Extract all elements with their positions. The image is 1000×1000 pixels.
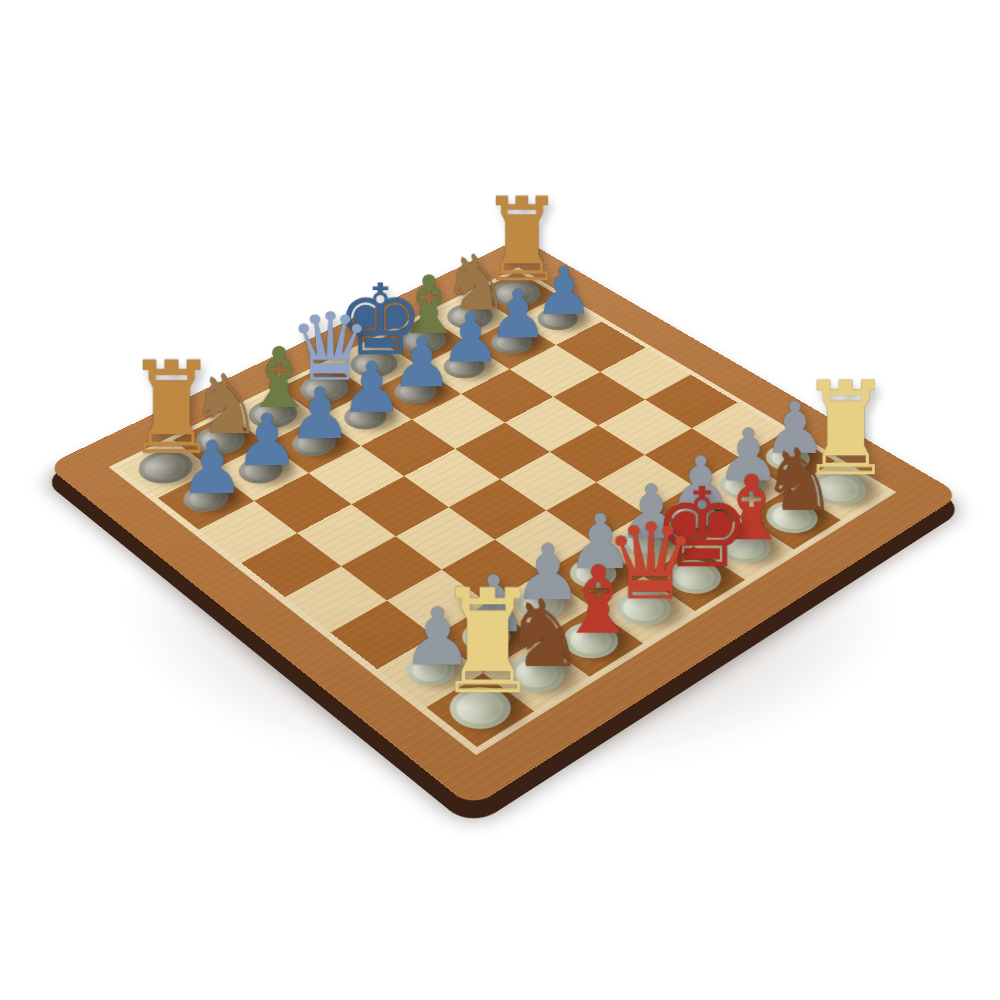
square-a1[interactable]: ♜ (426, 673, 534, 747)
scene: ♜♞♝♛♚♝♞♜♟♟♟♟♟♟♟♟♟♟♟♟♟♟♟♟♜♞♝♛♚♝♞♜ (0, 0, 1000, 1000)
chess-board: ♜♞♝♛♚♝♞♜♟♟♟♟♟♟♟♟♟♟♟♟♟♟♟♟♜♞♝♛♚♝♞♜ (46, 238, 961, 808)
black-pawn-a7[interactable]: ♟ (121, 431, 303, 504)
board-grid: ♜♞♝♛♚♝♞♜♟♟♟♟♟♟♟♟♟♟♟♟♟♟♟♟♜♞♝♛♚♝♞♜ (118, 271, 887, 746)
square-a7[interactable]: ♟ (158, 470, 255, 530)
board-frame: ♜♞♝♛♚♝♞♜♟♟♟♟♟♟♟♟♟♟♟♟♟♟♟♟♜♞♝♛♚♝♞♜ (46, 238, 961, 808)
white-rook-a1[interactable]: ♜ (386, 570, 589, 715)
product-photo-stage: ♜♞♝♛♚♝♞♜♟♟♟♟♟♟♟♟♟♟♟♟♟♟♟♟♜♞♝♛♚♝♞♜ (0, 0, 1000, 1000)
